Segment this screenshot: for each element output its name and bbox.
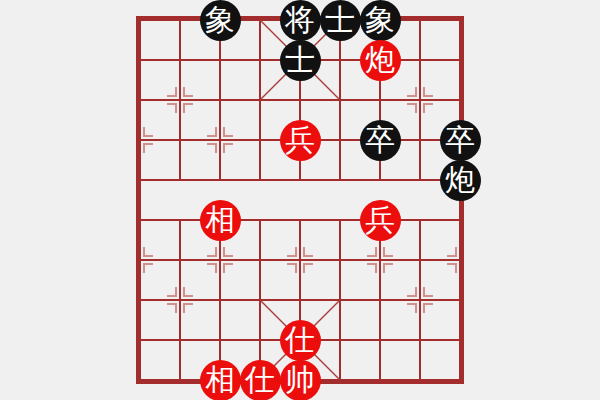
piece-black-cannon[interactable]: 炮 <box>440 160 481 201</box>
piece-black-advisor[interactable]: 士 <box>280 40 321 81</box>
piece-red-general[interactable]: 帅 <box>280 360 321 400</box>
piece-black-elephant[interactable]: 象 <box>200 0 241 41</box>
piece-red-advisor[interactable]: 仕 <box>280 320 321 361</box>
piece-red-soldier[interactable]: 兵 <box>360 200 401 241</box>
piece-black-general[interactable]: 将 <box>280 0 321 41</box>
piece-red-elephant[interactable]: 相 <box>200 360 241 400</box>
piece-black-elephant[interactable]: 象 <box>360 0 401 41</box>
piece-black-advisor[interactable]: 士 <box>320 0 361 41</box>
piece-black-soldier[interactable]: 卒 <box>360 120 401 161</box>
piece-red-soldier[interactable]: 兵 <box>280 120 321 161</box>
piece-red-advisor[interactable]: 仕 <box>240 360 281 400</box>
piece-red-cannon[interactable]: 炮 <box>360 40 401 81</box>
xiangqi-board: 象将士象士炮兵卒卒炮相兵仕相仕帅 <box>0 0 600 400</box>
piece-red-elephant[interactable]: 相 <box>200 200 241 241</box>
pieces-layer: 象将士象士炮兵卒卒炮相兵仕相仕帅 <box>0 0 600 400</box>
piece-black-soldier[interactable]: 卒 <box>440 120 481 161</box>
